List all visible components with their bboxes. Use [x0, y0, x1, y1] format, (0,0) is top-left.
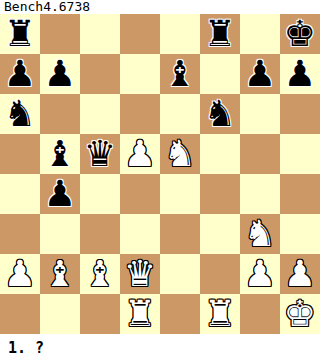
- square-f7[interactable]: [200, 54, 240, 94]
- square-a3[interactable]: [0, 214, 40, 254]
- square-a6[interactable]: ♞: [0, 94, 40, 134]
- square-b5[interactable]: ♝: [40, 134, 80, 174]
- square-g4[interactable]: [240, 174, 280, 214]
- square-g3[interactable]: ♞: [240, 214, 280, 254]
- square-e2[interactable]: [160, 254, 200, 294]
- square-d7[interactable]: [120, 54, 160, 94]
- square-c4[interactable]: [80, 174, 120, 214]
- piece-white-pawn[interactable]: ♟: [244, 254, 276, 294]
- square-f5[interactable]: [200, 134, 240, 174]
- chess-board: ♜♜♚♟♟♝♟♟♞♞♝♛♟♞♟♞♟♝♝♛♟♟♜♜♚: [0, 14, 320, 334]
- square-h6[interactable]: [280, 94, 320, 134]
- square-f8[interactable]: ♜: [200, 14, 240, 54]
- square-d2[interactable]: ♛: [120, 254, 160, 294]
- piece-black-pawn[interactable]: ♟: [44, 174, 76, 214]
- square-a2[interactable]: ♟: [0, 254, 40, 294]
- square-c2[interactable]: ♝: [80, 254, 120, 294]
- square-c1[interactable]: [80, 294, 120, 334]
- square-g7[interactable]: ♟: [240, 54, 280, 94]
- square-g8[interactable]: [240, 14, 280, 54]
- square-d3[interactable]: [120, 214, 160, 254]
- piece-black-bishop[interactable]: ♝: [44, 134, 76, 174]
- square-h4[interactable]: [280, 174, 320, 214]
- square-b6[interactable]: [40, 94, 80, 134]
- square-a1[interactable]: [0, 294, 40, 334]
- square-h7[interactable]: ♟: [280, 54, 320, 94]
- piece-black-rook[interactable]: ♜: [204, 14, 236, 54]
- square-f4[interactable]: [200, 174, 240, 214]
- piece-white-knight[interactable]: ♞: [164, 134, 196, 174]
- square-g1[interactable]: [240, 294, 280, 334]
- square-h1[interactable]: ♚: [280, 294, 320, 334]
- square-d6[interactable]: [120, 94, 160, 134]
- square-g5[interactable]: [240, 134, 280, 174]
- square-e8[interactable]: [160, 14, 200, 54]
- square-h2[interactable]: ♟: [280, 254, 320, 294]
- piece-black-king[interactable]: ♚: [284, 14, 316, 54]
- piece-white-pawn[interactable]: ♟: [4, 254, 36, 294]
- square-f2[interactable]: [200, 254, 240, 294]
- square-d5[interactable]: ♟: [120, 134, 160, 174]
- square-b8[interactable]: [40, 14, 80, 54]
- piece-black-pawn[interactable]: ♟: [4, 54, 36, 94]
- square-a8[interactable]: ♜: [0, 14, 40, 54]
- square-b4[interactable]: ♟: [40, 174, 80, 214]
- piece-white-pawn[interactable]: ♟: [284, 254, 316, 294]
- square-d4[interactable]: [120, 174, 160, 214]
- piece-black-queen[interactable]: ♛: [84, 134, 116, 174]
- square-h5[interactable]: [280, 134, 320, 174]
- square-c8[interactable]: [80, 14, 120, 54]
- piece-white-king[interactable]: ♚: [284, 294, 316, 334]
- square-c3[interactable]: [80, 214, 120, 254]
- piece-black-pawn[interactable]: ♟: [284, 54, 316, 94]
- square-e6[interactable]: [160, 94, 200, 134]
- square-h3[interactable]: [280, 214, 320, 254]
- piece-black-pawn[interactable]: ♟: [44, 54, 76, 94]
- square-e1[interactable]: [160, 294, 200, 334]
- square-d8[interactable]: [120, 14, 160, 54]
- piece-white-rook[interactable]: ♜: [124, 294, 156, 334]
- piece-black-bishop[interactable]: ♝: [164, 54, 196, 94]
- square-g2[interactable]: ♟: [240, 254, 280, 294]
- square-g6[interactable]: [240, 94, 280, 134]
- square-c5[interactable]: ♛: [80, 134, 120, 174]
- move-prompt: 1. ?: [0, 334, 320, 360]
- piece-black-rook[interactable]: ♜: [4, 14, 36, 54]
- piece-white-bishop[interactable]: ♝: [44, 254, 76, 294]
- square-e3[interactable]: [160, 214, 200, 254]
- piece-white-pawn[interactable]: ♟: [124, 134, 156, 174]
- square-a7[interactable]: ♟: [0, 54, 40, 94]
- square-a4[interactable]: [0, 174, 40, 214]
- piece-black-knight[interactable]: ♞: [204, 94, 236, 134]
- square-f1[interactable]: ♜: [200, 294, 240, 334]
- piece-white-queen[interactable]: ♛: [124, 254, 156, 294]
- piece-white-rook[interactable]: ♜: [204, 294, 236, 334]
- square-e7[interactable]: ♝: [160, 54, 200, 94]
- square-c6[interactable]: [80, 94, 120, 134]
- position-title: Bench4.6738: [0, 0, 320, 14]
- square-e4[interactable]: [160, 174, 200, 214]
- square-h8[interactable]: ♚: [280, 14, 320, 54]
- square-a5[interactable]: [0, 134, 40, 174]
- square-d1[interactable]: ♜: [120, 294, 160, 334]
- piece-white-bishop[interactable]: ♝: [84, 254, 116, 294]
- square-e5[interactable]: ♞: [160, 134, 200, 174]
- square-f6[interactable]: ♞: [200, 94, 240, 134]
- piece-white-knight[interactable]: ♞: [244, 214, 276, 254]
- square-b1[interactable]: [40, 294, 80, 334]
- square-c7[interactable]: [80, 54, 120, 94]
- piece-black-knight[interactable]: ♞: [4, 94, 36, 134]
- piece-black-pawn[interactable]: ♟: [244, 54, 276, 94]
- square-f3[interactable]: [200, 214, 240, 254]
- square-b7[interactable]: ♟: [40, 54, 80, 94]
- square-b3[interactable]: [40, 214, 80, 254]
- square-b2[interactable]: ♝: [40, 254, 80, 294]
